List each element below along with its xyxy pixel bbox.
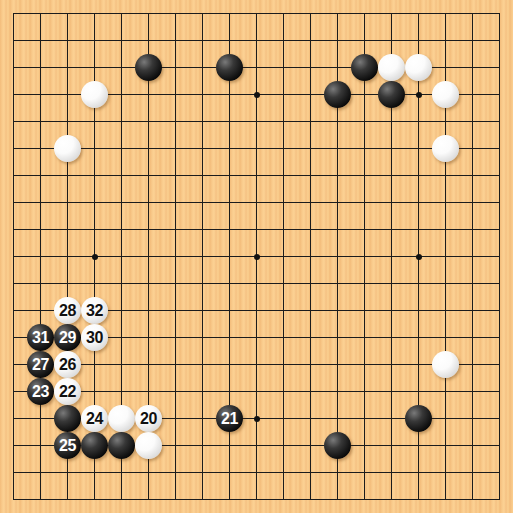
stone-black: 31 — [27, 324, 54, 351]
stone-white: 32 — [81, 297, 108, 324]
star-point — [416, 92, 422, 98]
stone-black — [216, 54, 243, 81]
stone-black: 27 — [27, 351, 54, 378]
stone-white — [432, 81, 459, 108]
move-number: 26 — [59, 357, 76, 373]
stone-black — [54, 405, 81, 432]
stone-white — [54, 135, 81, 162]
stone-white — [432, 135, 459, 162]
stone-black — [108, 432, 135, 459]
stone-white: 30 — [81, 324, 108, 351]
move-number: 27 — [32, 357, 49, 373]
stone-black — [378, 81, 405, 108]
star-point — [254, 254, 260, 260]
stone-white — [108, 405, 135, 432]
stone-white — [81, 81, 108, 108]
grid-line-horizontal — [13, 391, 501, 393]
stone-white: 28 — [54, 297, 81, 324]
star-point — [254, 92, 260, 98]
grid-line-horizontal — [13, 364, 501, 366]
move-number: 25 — [59, 438, 76, 454]
stone-black: 21 — [216, 405, 243, 432]
stone-black — [324, 432, 351, 459]
move-number: 22 — [59, 384, 76, 400]
stone-black — [81, 432, 108, 459]
stone-white — [135, 432, 162, 459]
star-point — [416, 254, 422, 260]
stone-white — [432, 351, 459, 378]
stone-white: 26 — [54, 351, 81, 378]
stone-black — [405, 405, 432, 432]
stone-black: 25 — [54, 432, 81, 459]
grid-line-vertical — [283, 13, 285, 501]
stone-black: 29 — [54, 324, 81, 351]
move-number: 20 — [140, 411, 157, 427]
stone-white: 22 — [54, 378, 81, 405]
grid-line-horizontal — [13, 472, 501, 474]
move-number: 21 — [221, 411, 238, 427]
grid-line-horizontal — [13, 499, 501, 501]
stone-black — [351, 54, 378, 81]
stone-white: 20 — [135, 405, 162, 432]
move-number: 32 — [86, 303, 103, 319]
grid-line-vertical — [310, 13, 312, 501]
star-point — [92, 254, 98, 260]
move-number: 31 — [32, 330, 49, 346]
stone-white — [405, 54, 432, 81]
move-number: 23 — [32, 384, 49, 400]
stone-white — [378, 54, 405, 81]
move-number: 29 — [59, 330, 76, 346]
go-board[interactable]: 28323129302726232224202125 — [0, 0, 513, 513]
grid-line-vertical — [499, 13, 501, 501]
star-point — [254, 416, 260, 422]
stone-black — [135, 54, 162, 81]
move-number: 24 — [86, 411, 103, 427]
stone-black: 23 — [27, 378, 54, 405]
stone-black — [324, 81, 351, 108]
stone-white: 24 — [81, 405, 108, 432]
grid-line-vertical — [364, 13, 366, 501]
move-number: 30 — [86, 330, 103, 346]
move-number: 28 — [59, 303, 76, 319]
grid-line-vertical — [472, 13, 474, 501]
grid-line-horizontal — [13, 283, 501, 285]
